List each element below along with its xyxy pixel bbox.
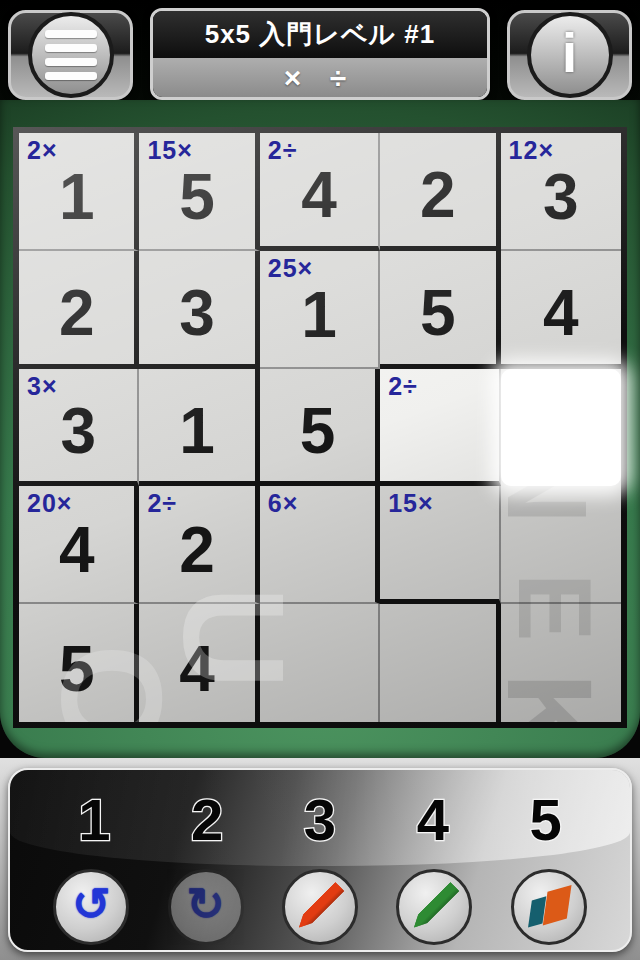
red-pen-button[interactable] <box>282 869 358 945</box>
cell-r1c4[interactable]: 2 <box>380 133 500 251</box>
cell-value: 1 <box>139 369 254 482</box>
kenken-app-screen: 5x5 入門レベル #1 × ÷ i 2×115×52÷4212×32325×1… <box>0 0 640 960</box>
info-icon: i <box>527 12 613 98</box>
cell-r1c1[interactable]: 2×1 <box>19 133 139 251</box>
cage-clue: 2× <box>27 138 58 163</box>
cell-r3c1[interactable]: 3×3 <box>19 369 139 487</box>
top-bar: 5x5 入門レベル #1 × ÷ i <box>0 0 640 108</box>
cell-r5c3[interactable] <box>260 604 380 722</box>
cell-r5c2[interactable]: 4 <box>139 604 259 722</box>
tool-buttons-row: ↺↻ <box>10 864 630 950</box>
cell-r2c5[interactable]: 4 <box>501 251 621 369</box>
cell-value: 5 <box>260 369 375 482</box>
undo-icon: ↺ <box>72 881 111 927</box>
cage-clue: 20× <box>27 491 72 516</box>
cell-r4c3[interactable]: 6× <box>260 486 380 604</box>
puzzle-title: 5x5 入門レベル #1 <box>153 11 487 58</box>
input-panel: 12345 ↺↻ <box>8 768 632 952</box>
cage-clue: 12× <box>509 138 554 163</box>
cell-value: 4 <box>139 604 254 722</box>
cage-clue: 2÷ <box>388 374 418 399</box>
red-pen-icon <box>295 882 345 932</box>
cell-r5c1[interactable]: 5 <box>19 604 139 722</box>
cell-r2c1[interactable]: 2 <box>19 251 139 369</box>
operations-label: × ÷ <box>153 58 487 97</box>
number-buttons-row: 12345 <box>10 776 630 864</box>
number-button-4[interactable]: 4 <box>417 791 449 849</box>
undo-button[interactable]: ↺ <box>53 869 129 945</box>
cell-r3c4[interactable]: 2÷ <box>380 369 500 487</box>
cage-clue: 6× <box>268 491 299 516</box>
cage-clue: 15× <box>147 138 192 163</box>
cell-r2c4[interactable]: 5 <box>380 251 500 369</box>
cell-r1c3[interactable]: 2÷4 <box>260 133 380 251</box>
cage-clue: 15× <box>388 491 433 516</box>
number-button-5[interactable]: 5 <box>529 791 561 849</box>
eraser-button[interactable] <box>511 869 587 945</box>
cage-clue: 25× <box>268 256 313 281</box>
info-button[interactable]: i <box>507 10 632 100</box>
redo-button: ↻ <box>168 869 244 945</box>
cell-r3c2[interactable]: 1 <box>139 369 259 487</box>
cell-r3c5[interactable] <box>501 369 621 487</box>
redo-icon: ↻ <box>186 881 225 927</box>
puzzle-grid: 2×115×52÷4212×32325×1543×3152÷20×42÷26×1… <box>13 127 627 728</box>
cage-clue: 2÷ <box>268 138 298 163</box>
cell-r3c3[interactable]: 5 <box>260 369 380 487</box>
cell-r4c5[interactable] <box>501 486 621 604</box>
menu-button[interactable] <box>8 10 133 100</box>
bottom-section: 12345 ↺↻ <box>0 758 640 960</box>
cell-value: 4 <box>501 251 621 364</box>
number-button-3[interactable]: 3 <box>304 791 336 849</box>
eraser-icon <box>524 886 573 927</box>
cell-r2c2[interactable]: 3 <box>139 251 259 369</box>
cell-r5c4[interactable] <box>380 604 500 722</box>
green-pen-button[interactable] <box>396 869 472 945</box>
cell-r1c5[interactable]: 12×3 <box>501 133 621 251</box>
number-button-1[interactable]: 1 <box>78 791 110 849</box>
cell-value: 5 <box>19 604 134 722</box>
cell-r1c2[interactable]: 15×5 <box>139 133 259 251</box>
game-board: 2×115×52÷4212×32325×1543×3152÷20×42÷26×1… <box>0 100 640 758</box>
number-button-2[interactable]: 2 <box>191 791 223 849</box>
cell-value: 2 <box>19 251 134 364</box>
cell-value: 5 <box>380 251 495 364</box>
cell-r5c5[interactable] <box>501 604 621 722</box>
cell-r4c1[interactable]: 20×4 <box>19 486 139 604</box>
green-pen-icon <box>409 882 459 932</box>
cell-value: 3 <box>139 251 254 364</box>
cage-clue: 2÷ <box>147 491 177 516</box>
hamburger-icon <box>28 12 114 98</box>
cell-r4c2[interactable]: 2÷2 <box>139 486 259 604</box>
title-plate: 5x5 入門レベル #1 × ÷ <box>150 8 490 100</box>
cage-clue: 3× <box>27 374 58 399</box>
cell-r4c4[interactable]: 15× <box>380 486 500 604</box>
cell-r2c3[interactable]: 25×1 <box>260 251 380 369</box>
cell-value: 2 <box>380 133 495 246</box>
